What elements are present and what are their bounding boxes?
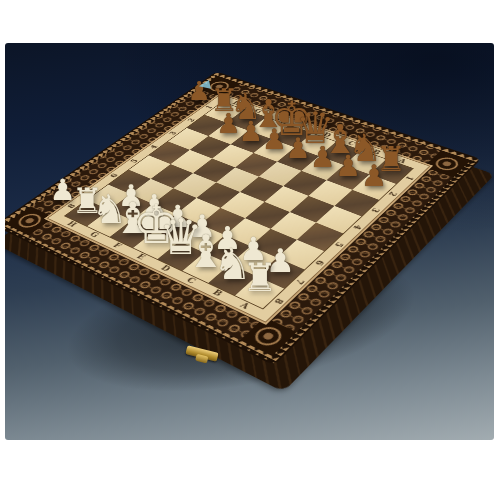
rank-label: 7 — [293, 277, 306, 285]
chess-set-photo: HHGGFFEEDDCCBBAA1122334455667788 ♜♞♝♛♚♝♞… — [5, 43, 494, 440]
file-label: C — [185, 276, 198, 285]
file-label: E — [135, 253, 148, 261]
file-label: D — [159, 264, 172, 273]
rank-label: 1 — [403, 175, 415, 181]
file-label: G — [88, 231, 101, 239]
file-label: H — [65, 220, 78, 228]
rank-label: 2 — [387, 190, 399, 196]
file-label: B — [211, 288, 225, 297]
file-label: A — [238, 301, 251, 310]
rank-label: 5 — [333, 241, 346, 248]
rank-label: 8 — [272, 297, 285, 305]
rank-label: 4 — [351, 223, 364, 230]
file-label: E — [298, 124, 309, 130]
rank-label: 6 — [313, 259, 326, 267]
file-label: F — [275, 116, 285, 122]
rank-label: 3 — [369, 207, 381, 214]
file-label: F — [111, 242, 123, 250]
